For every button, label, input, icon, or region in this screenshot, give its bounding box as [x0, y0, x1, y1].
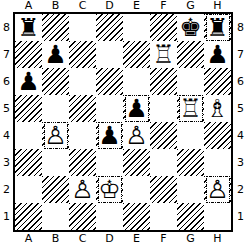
white-pawn-e4: ♙: [126, 123, 148, 148]
square-d2: ♔: [96, 176, 123, 203]
square-h6: [204, 68, 231, 95]
square-a6: ♟: [15, 68, 42, 95]
rank-label-2: 2: [0, 176, 13, 203]
square-a5: [15, 95, 42, 122]
square-e3: [123, 149, 150, 176]
rank-label-1: 1: [235, 203, 246, 230]
square-a3: [15, 149, 42, 176]
square-b7: ♟: [42, 41, 69, 68]
file-label-a: A: [15, 0, 42, 12]
white-king-d2: ♔: [99, 177, 121, 202]
rank-label-3: 3: [0, 149, 13, 176]
square-e2: [123, 176, 150, 203]
square-h7: ♟: [204, 41, 231, 68]
file-label-c: C: [69, 0, 96, 12]
white-pawn-h2: ♙: [207, 177, 229, 202]
file-label-f: F: [150, 0, 177, 12]
rank-labels-right: 87654321: [235, 14, 246, 230]
square-c7: [69, 41, 96, 68]
rank-label-6: 6: [0, 68, 13, 95]
file-label-d: D: [96, 0, 123, 12]
rank-label-2: 2: [235, 176, 246, 203]
rank-label-7: 7: [235, 41, 246, 68]
square-e7: [123, 41, 150, 68]
file-labels-bottom: ABCDEFGH: [15, 233, 231, 246]
square-f7: ♖: [150, 41, 177, 68]
file-label-e: E: [123, 0, 150, 12]
square-d8: [96, 14, 123, 41]
square-d3: [96, 149, 123, 176]
square-h2: ♙: [204, 176, 231, 203]
square-g5: ♖: [177, 95, 204, 122]
black-rook-h8: ♜: [207, 15, 229, 40]
file-label-h: H: [204, 0, 231, 12]
black-pawn-a6: ♟: [18, 69, 40, 94]
rank-label-5: 5: [235, 95, 246, 122]
rank-label-3: 3: [235, 149, 246, 176]
square-b8: [42, 14, 69, 41]
file-label-g: G: [177, 0, 204, 12]
white-pawn-b4: ♙: [45, 123, 67, 148]
rank-label-1: 1: [0, 203, 13, 230]
rank-label-7: 7: [0, 41, 13, 68]
black-pawn-e5: ♟: [126, 96, 148, 121]
square-c4: [69, 122, 96, 149]
square-g1: [177, 203, 204, 230]
square-a7: [15, 41, 42, 68]
file-label-f: F: [150, 233, 177, 246]
square-b1: [42, 203, 69, 230]
white-rook-g5: ♖: [180, 96, 202, 121]
square-f8: [150, 14, 177, 41]
file-label-g: G: [177, 233, 204, 246]
square-h4: [204, 122, 231, 149]
file-label-d: D: [96, 233, 123, 246]
file-labels-top: ABCDEFGH: [15, 0, 231, 12]
square-f2: [150, 176, 177, 203]
white-pawn-c2: ♙: [72, 177, 94, 202]
square-c1: [69, 203, 96, 230]
square-g2: [177, 176, 204, 203]
square-f3: [150, 149, 177, 176]
square-b5: [42, 95, 69, 122]
black-pawn-h7: ♟: [207, 42, 229, 67]
square-b3: [42, 149, 69, 176]
square-d4: ♟: [96, 122, 123, 149]
square-c8: [69, 14, 96, 41]
square-g6: [177, 68, 204, 95]
square-c6: [69, 68, 96, 95]
black-pawn-d4: ♟: [99, 123, 121, 148]
square-a1: [15, 203, 42, 230]
square-c5: [69, 95, 96, 122]
rank-label-6: 6: [235, 68, 246, 95]
chess-board: ♜♚♜♟♖♟♟♟♖♗♙♟♙♙♔♙: [13, 12, 233, 232]
square-f6: [150, 68, 177, 95]
square-h1: [204, 203, 231, 230]
square-d5: [96, 95, 123, 122]
square-c3: [69, 149, 96, 176]
square-d7: [96, 41, 123, 68]
square-b4: ♙: [42, 122, 69, 149]
file-label-a: A: [15, 233, 42, 246]
square-f4: [150, 122, 177, 149]
black-king-g8: ♚: [180, 15, 202, 40]
rank-label-8: 8: [0, 14, 13, 41]
file-label-b: B: [42, 0, 69, 12]
square-e6: [123, 68, 150, 95]
square-h5: ♗: [204, 95, 231, 122]
rank-label-4: 4: [235, 122, 246, 149]
square-e4: ♙: [123, 122, 150, 149]
square-e1: [123, 203, 150, 230]
rank-labels-left: 87654321: [0, 14, 13, 230]
square-g7: [177, 41, 204, 68]
black-rook-a8: ♜: [18, 15, 40, 40]
square-f1: [150, 203, 177, 230]
square-a8: ♜: [15, 14, 42, 41]
square-b2: [42, 176, 69, 203]
square-d1: [96, 203, 123, 230]
white-rook-f7: ♖: [153, 42, 175, 67]
square-g4: [177, 122, 204, 149]
rank-label-8: 8: [235, 14, 246, 41]
square-c2: ♙: [69, 176, 96, 203]
square-e8: [123, 14, 150, 41]
square-g3: [177, 149, 204, 176]
square-b6: [42, 68, 69, 95]
black-pawn-b7: ♟: [45, 42, 67, 67]
file-label-h: H: [204, 233, 231, 246]
white-bishop-h5: ♗: [207, 96, 229, 121]
square-g8: ♚: [177, 14, 204, 41]
file-label-c: C: [69, 233, 96, 246]
rank-label-5: 5: [0, 95, 13, 122]
file-label-e: E: [123, 233, 150, 246]
square-h8: ♜: [204, 14, 231, 41]
square-d6: [96, 68, 123, 95]
square-a4: [15, 122, 42, 149]
rank-label-4: 4: [0, 122, 13, 149]
chess-diagram: ABCDEFGH 87654321 ♜♚♜♟♖♟♟♟♖♗♙♟♙♙♔♙ 87654…: [0, 0, 246, 246]
square-f5: [150, 95, 177, 122]
square-h3: [204, 149, 231, 176]
square-e5: ♟: [123, 95, 150, 122]
square-a2: [15, 176, 42, 203]
file-label-b: B: [42, 233, 69, 246]
